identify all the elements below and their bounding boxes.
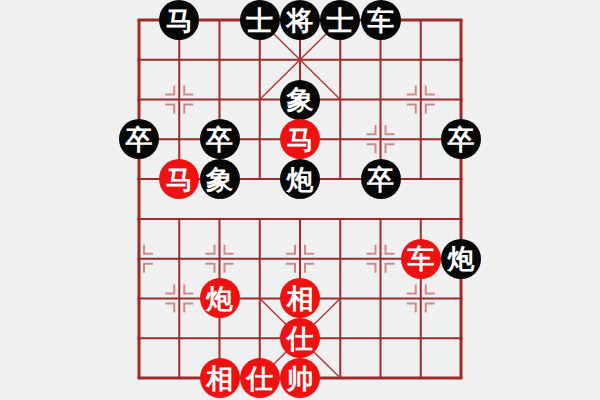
piece-black-soldier[interactable]: 卒 [361, 159, 401, 199]
piece-red-advisor[interactable]: 仕 [240, 358, 280, 398]
piece-black-soldier[interactable]: 卒 [119, 119, 159, 159]
piece-red-general[interactable]: 帅 [280, 358, 320, 398]
piece-black-cannon[interactable]: 炮 [441, 239, 481, 279]
piece-black-horse[interactable]: 马 [159, 0, 199, 40]
piece-black-cannon[interactable]: 炮 [280, 159, 320, 199]
piece-black-chariot[interactable]: 车 [361, 0, 401, 40]
piece-black-soldier[interactable]: 卒 [441, 119, 481, 159]
piece-black-advisor[interactable]: 士 [240, 0, 280, 40]
piece-red-cannon[interactable]: 炮 [200, 278, 240, 318]
piece-black-soldier[interactable]: 卒 [200, 119, 240, 159]
xiangqi-piece-layer: 马士将士车象卒卒马卒马象炮卒车炮炮相仕相仕帅 [119, 0, 481, 398]
xiangqi-app-screen: 马士将士车象卒卒马卒马象炮卒车炮炮相仕相仕帅 [0, 0, 600, 400]
piece-red-elephant[interactable]: 相 [280, 278, 320, 318]
piece-red-elephant[interactable]: 相 [200, 358, 240, 398]
piece-black-elephant[interactable]: 象 [280, 80, 320, 120]
piece-red-chariot[interactable]: 车 [401, 239, 441, 279]
piece-black-general[interactable]: 将 [280, 0, 320, 40]
piece-red-horse[interactable]: 马 [280, 119, 320, 159]
piece-red-advisor[interactable]: 仕 [280, 318, 320, 358]
piece-red-horse[interactable]: 马 [159, 159, 199, 199]
piece-black-elephant[interactable]: 象 [200, 159, 240, 199]
piece-black-advisor[interactable]: 士 [320, 0, 360, 40]
